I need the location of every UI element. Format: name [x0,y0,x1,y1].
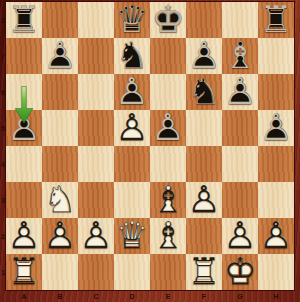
square-c4[interactable] [78,146,114,182]
piece-outline: ♘ [186,74,222,110]
rank-label-3: 3 [0,182,6,218]
square-b5[interactable] [42,110,78,146]
file-label-C: C [78,290,114,302]
black-pawn-f7[interactable]: ♟♙ [186,38,222,74]
black-pawn-g6[interactable]: ♟♙ [222,74,258,110]
square-d4[interactable] [114,146,150,182]
white-pawn-a2[interactable]: ♟♙ [6,218,42,254]
square-d5[interactable]: ♟♙ [114,110,150,146]
white-pawn-h2[interactable]: ♟♙ [258,218,294,254]
white-pawn-d5[interactable]: ♟♙ [114,110,150,146]
square-g7[interactable]: ♝♗ [222,38,258,74]
square-g5[interactable] [222,110,258,146]
piece-outline: ♙ [6,110,42,146]
white-rook-a1[interactable]: ♜♖ [6,254,42,290]
square-g1[interactable]: ♚♔ [222,254,258,290]
black-pawn-h5[interactable]: ♟♙ [258,110,294,146]
file-label-H: H [258,290,294,302]
white-pawn-b2[interactable]: ♟♙ [42,218,78,254]
piece-outline: ♗ [150,218,186,254]
file-label-D: D [114,290,150,302]
square-h4[interactable] [258,146,294,182]
white-king-g1[interactable]: ♚♔ [222,254,258,290]
square-d1[interactable] [114,254,150,290]
rank-label-8: 8 [0,2,6,38]
square-f4[interactable] [186,146,222,182]
square-b3[interactable]: ♞♘ [42,182,78,218]
chess-board[interactable]: ♜♖♛♕♚♔♜♖♟♙♞♘♟♙♝♗♟♙♞♘♟♙♟♙♟♙♟♙♟♙♞♘♝♗♟♙♟♙♟♙… [6,2,294,290]
white-bishop-e2[interactable]: ♝♗ [150,218,186,254]
black-knight-d7[interactable]: ♞♘ [114,38,150,74]
square-h5[interactable]: ♟♙ [258,110,294,146]
square-d2[interactable]: ♛♕ [114,218,150,254]
piece-outline: ♙ [42,218,78,254]
square-f6[interactable]: ♞♘ [186,74,222,110]
square-g4[interactable] [222,146,258,182]
black-queen-d8[interactable]: ♛♕ [114,2,150,38]
piece-outline: ♖ [6,2,42,38]
rank-label-6: 6 [0,74,6,110]
piece-outline: ♘ [114,38,150,74]
piece-outline: ♖ [258,2,294,38]
piece-outline: ♖ [186,254,222,290]
square-b2[interactable]: ♟♙ [42,218,78,254]
square-a7[interactable] [6,38,42,74]
piece-outline: ♙ [222,218,258,254]
white-knight-b3[interactable]: ♞♘ [42,182,78,218]
square-c7[interactable] [78,38,114,74]
square-a6[interactable] [6,74,42,110]
file-label-F: F [186,290,222,302]
square-b8[interactable] [42,2,78,38]
file-label-A: A [6,290,42,302]
square-g6[interactable]: ♟♙ [222,74,258,110]
piece-outline: ♗ [150,182,186,218]
square-h2[interactable]: ♟♙ [258,218,294,254]
black-pawn-d6[interactable]: ♟♙ [114,74,150,110]
white-rook-f1[interactable]: ♜♖ [186,254,222,290]
piece-outline: ♕ [114,2,150,38]
square-e1[interactable] [150,254,186,290]
square-e7[interactable] [150,38,186,74]
square-e3[interactable]: ♝♗ [150,182,186,218]
square-b6[interactable] [42,74,78,110]
square-c2[interactable]: ♟♙ [78,218,114,254]
rank-label-2: 2 [0,218,6,254]
square-h3[interactable] [258,182,294,218]
square-g3[interactable] [222,182,258,218]
square-h7[interactable] [258,38,294,74]
square-g8[interactable] [222,2,258,38]
square-b7[interactable]: ♟♙ [42,38,78,74]
black-pawn-a5[interactable]: ♟♙ [6,110,42,146]
piece-outline: ♙ [186,38,222,74]
square-e4[interactable] [150,146,186,182]
file-label-B: B [42,290,78,302]
piece-outline: ♙ [150,110,186,146]
rank-label-4: 4 [0,146,6,182]
square-f5[interactable] [186,110,222,146]
piece-outline: ♙ [222,74,258,110]
black-knight-f6[interactable]: ♞♘ [186,74,222,110]
square-b4[interactable] [42,146,78,182]
square-e6[interactable] [150,74,186,110]
black-rook-a8[interactable]: ♜♖ [6,2,42,38]
square-c5[interactable] [78,110,114,146]
piece-outline: ♔ [150,2,186,38]
rank-label-7: 7 [0,38,6,74]
piece-outline: ♙ [258,110,294,146]
piece-outline: ♘ [42,182,78,218]
square-f8[interactable] [186,2,222,38]
square-h1[interactable] [258,254,294,290]
white-pawn-f3[interactable]: ♟♙ [186,182,222,218]
piece-outline: ♙ [258,218,294,254]
rank-label-1: 1 [0,254,6,290]
square-h8[interactable]: ♜♖ [258,2,294,38]
square-a3[interactable] [6,182,42,218]
square-a8[interactable]: ♜♖ [6,2,42,38]
square-e5[interactable]: ♟♙ [150,110,186,146]
white-bishop-e3[interactable]: ♝♗ [150,182,186,218]
square-f3[interactable]: ♟♙ [186,182,222,218]
piece-outline: ♙ [6,218,42,254]
square-b1[interactable] [42,254,78,290]
square-a2[interactable]: ♟♙ [6,218,42,254]
file-label-G: G [222,290,258,302]
black-bishop-g7[interactable]: ♝♗ [222,38,258,74]
square-c8[interactable] [78,2,114,38]
white-pawn-c2[interactable]: ♟♙ [78,218,114,254]
piece-outline: ♙ [114,110,150,146]
square-a1[interactable]: ♜♖ [6,254,42,290]
rank-label-5: 5 [0,110,6,146]
piece-outline: ♙ [42,38,78,74]
square-c3[interactable] [78,182,114,218]
square-a5[interactable]: ♟♙ [6,110,42,146]
white-pawn-g2[interactable]: ♟♙ [222,218,258,254]
piece-outline: ♙ [186,182,222,218]
square-e8[interactable]: ♚♔ [150,2,186,38]
piece-outline: ♙ [78,218,114,254]
square-c6[interactable] [78,74,114,110]
black-king-e8[interactable]: ♚♔ [150,2,186,38]
piece-outline: ♖ [6,254,42,290]
piece-outline: ♗ [222,38,258,74]
square-g2[interactable]: ♟♙ [222,218,258,254]
piece-outline: ♙ [114,74,150,110]
square-h6[interactable] [258,74,294,110]
piece-outline: ♔ [222,254,258,290]
square-c1[interactable] [78,254,114,290]
black-pawn-b7[interactable]: ♟♙ [42,38,78,74]
square-d8[interactable]: ♛♕ [114,2,150,38]
square-d7[interactable]: ♞♘ [114,38,150,74]
square-a4[interactable] [6,146,42,182]
board-frame: ♜♖♛♕♚♔♜♖♟♙♞♘♟♙♝♗♟♙♞♘♟♙♟♙♟♙♟♙♟♙♞♘♝♗♟♙♟♙♟♙… [0,0,300,302]
square-d6[interactable]: ♟♙ [114,74,150,110]
black-rook-h8[interactable]: ♜♖ [258,2,294,38]
file-label-E: E [150,290,186,302]
square-d3[interactable] [114,182,150,218]
black-pawn-e5[interactable]: ♟♙ [150,110,186,146]
square-f1[interactable]: ♜♖ [186,254,222,290]
white-queen-d2[interactable]: ♛♕ [114,218,150,254]
square-f2[interactable] [186,218,222,254]
piece-outline: ♕ [114,218,150,254]
square-e2[interactable]: ♝♗ [150,218,186,254]
square-f7[interactable]: ♟♙ [186,38,222,74]
